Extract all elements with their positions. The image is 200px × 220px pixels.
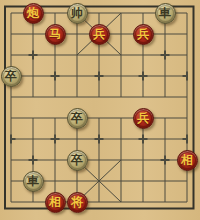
- piece-red-soldier[interactable]: 兵: [89, 24, 110, 45]
- piece-red-soldier[interactable]: 兵: [133, 24, 154, 45]
- piece-red-elephant[interactable]: 相: [45, 192, 66, 213]
- piece-black-general[interactable]: 帅: [67, 3, 88, 24]
- xiangqi-board: 炮帅車马兵兵卒卒兵卒相車相将: [0, 0, 200, 220]
- piece-red-soldier[interactable]: 兵: [133, 108, 154, 129]
- piece-black-chariot[interactable]: 車: [155, 3, 176, 24]
- piece-red-horse[interactable]: 马: [45, 24, 66, 45]
- piece-red-elephant[interactable]: 相: [177, 150, 198, 171]
- piece-red-cannon[interactable]: 炮: [23, 3, 44, 24]
- piece-red-general[interactable]: 将: [67, 192, 88, 213]
- pieces-layer: 炮帅車马兵兵卒卒兵卒相車相将: [0, 3, 198, 213]
- piece-black-soldier[interactable]: 卒: [1, 66, 22, 87]
- piece-black-soldier[interactable]: 卒: [67, 108, 88, 129]
- piece-black-soldier[interactable]: 卒: [67, 150, 88, 171]
- piece-black-chariot[interactable]: 車: [23, 171, 44, 192]
